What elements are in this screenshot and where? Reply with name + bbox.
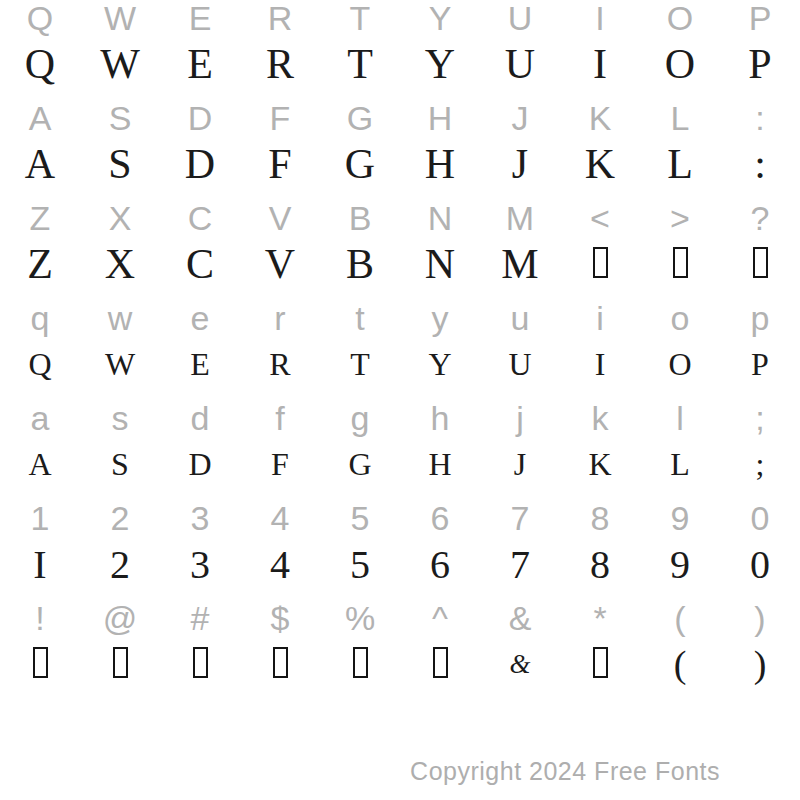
glyph-cell: Q	[0, 38, 80, 90]
glyph-cell: Y	[400, 338, 480, 390]
glyph-cell: j	[480, 396, 560, 440]
glyph-cell: p	[720, 296, 800, 340]
glyph-cell: 9	[640, 496, 720, 540]
glyph-cell: G	[320, 96, 400, 140]
glyph-cell: H	[400, 438, 480, 490]
glyph-cell: P	[720, 0, 800, 40]
glyph-cell: 7	[480, 538, 560, 590]
glyph-cell: 6	[400, 496, 480, 540]
missing-glyph-box	[753, 247, 768, 278]
reference-row-1: ASDFGHJKL:	[0, 96, 800, 140]
glyph-cell: 5	[320, 496, 400, 540]
glyph-cell: )	[720, 638, 800, 690]
glyph-cell: P	[720, 38, 800, 90]
glyph-cell: 3	[160, 538, 240, 590]
glyph-cell: o	[640, 296, 720, 340]
glyph-cell: D	[160, 138, 240, 190]
glyph-cell: R	[240, 0, 320, 40]
glyph-cell: W	[80, 38, 160, 90]
glyph-cell: T	[320, 38, 400, 90]
font-glyph-row-2: ZXCVBNM	[0, 238, 800, 290]
glyph-cell: I	[560, 0, 640, 40]
glyph-cell: U	[480, 38, 560, 90]
glyph-cell: E	[160, 0, 240, 40]
glyph-cell: D	[160, 96, 240, 140]
glyph-cell: %	[320, 596, 400, 640]
missing-glyph-cell	[160, 638, 240, 690]
glyph-cell: $	[240, 596, 320, 640]
missing-glyph-cell	[400, 638, 480, 690]
reference-row-4: asdfghjkl;	[0, 396, 800, 440]
glyph-cell: R	[240, 338, 320, 390]
reference-row-5: 1234567890	[0, 496, 800, 540]
missing-glyph-box	[33, 647, 48, 678]
glyph-cell: 4	[240, 496, 320, 540]
glyph-cell: 0	[720, 538, 800, 590]
glyph-cell: H	[400, 96, 480, 140]
glyph-cell: :	[720, 96, 800, 140]
glyph-grid: QWERTYUIOPQWERTYUIOPASDFGHJKL:ASDFGHJKL:…	[0, 0, 800, 700]
glyph-cell: K	[560, 438, 640, 490]
missing-glyph-cell	[320, 638, 400, 690]
glyph-cell: T	[320, 0, 400, 40]
glyph-cell: k	[560, 396, 640, 440]
glyph-cell: H	[400, 138, 480, 190]
glyph-cell: y	[400, 296, 480, 340]
glyph-cell: S	[80, 438, 160, 490]
glyph-cell: l	[640, 396, 720, 440]
glyph-cell: W	[80, 0, 160, 40]
glyph-cell: I	[560, 338, 640, 390]
glyph-cell: R	[240, 38, 320, 90]
glyph-cell: F	[240, 138, 320, 190]
glyph-cell: M	[480, 196, 560, 240]
glyph-cell: 6	[400, 538, 480, 590]
missing-glyph-cell	[240, 638, 320, 690]
glyph-cell: F	[240, 438, 320, 490]
glyph-cell: 3	[160, 496, 240, 540]
glyph-cell: F	[240, 96, 320, 140]
missing-glyph-cell	[720, 238, 800, 290]
font-specimen-page: QWERTYUIOPQWERTYUIOPASDFGHJKL:ASDFGHJKL:…	[0, 0, 800, 800]
font-glyph-row-4: ASDFGHJKL;	[0, 438, 800, 490]
glyph-cell: &	[480, 638, 560, 690]
glyph-cell: G	[320, 138, 400, 190]
glyph-cell: &	[480, 596, 560, 640]
glyph-cell: X	[80, 238, 160, 290]
glyph-cell: J	[480, 96, 560, 140]
glyph-cell: 5	[320, 538, 400, 590]
glyph-cell: 2	[80, 496, 160, 540]
missing-glyph-cell	[0, 638, 80, 690]
reference-row-3: qwertyuiop	[0, 296, 800, 340]
glyph-cell: L	[640, 138, 720, 190]
glyph-cell: B	[320, 238, 400, 290]
glyph-cell: O	[640, 338, 720, 390]
glyph-cell: N	[400, 196, 480, 240]
glyph-cell: s	[80, 396, 160, 440]
glyph-cell: N	[400, 238, 480, 290]
missing-glyph-box	[673, 247, 688, 278]
glyph-cell: U	[480, 338, 560, 390]
glyph-cell: I	[560, 38, 640, 90]
glyph-cell: 1	[0, 496, 80, 540]
glyph-cell: w	[80, 296, 160, 340]
glyph-cell: q	[0, 296, 80, 340]
missing-glyph-cell	[80, 638, 160, 690]
glyph-cell: G	[320, 438, 400, 490]
glyph-cell: 4	[240, 538, 320, 590]
glyph-cell: M	[480, 238, 560, 290]
missing-glyph-box	[113, 647, 128, 678]
glyph-cell: (	[640, 596, 720, 640]
glyph-cell: S	[80, 96, 160, 140]
glyph-cell: Z	[0, 238, 80, 290]
font-glyph-row-1: ASDFGHJKL:	[0, 138, 800, 190]
glyph-cell: ?	[720, 196, 800, 240]
glyph-cell: g	[320, 396, 400, 440]
glyph-cell: e	[160, 296, 240, 340]
glyph-cell: B	[320, 196, 400, 240]
missing-glyph-box	[273, 647, 288, 678]
glyph-cell: ^	[400, 596, 480, 640]
missing-glyph-box	[353, 647, 368, 678]
font-glyph-row-3: QWERTYUIOP	[0, 338, 800, 390]
glyph-cell: (	[640, 638, 720, 690]
glyph-cell: O	[640, 38, 720, 90]
glyph-cell: r	[240, 296, 320, 340]
glyph-cell: ;	[720, 438, 800, 490]
glyph-cell: h	[400, 396, 480, 440]
missing-glyph-cell	[640, 238, 720, 290]
glyph-cell: I	[0, 538, 80, 590]
glyph-cell: t	[320, 296, 400, 340]
glyph-cell: J	[480, 438, 560, 490]
glyph-cell: !	[0, 596, 80, 640]
glyph-cell: C	[160, 238, 240, 290]
glyph-cell: a	[0, 396, 80, 440]
glyph-cell: O	[640, 0, 720, 40]
missing-glyph-box	[593, 647, 608, 678]
glyph-cell: L	[640, 96, 720, 140]
missing-glyph-cell	[560, 238, 640, 290]
missing-glyph-box	[593, 247, 608, 278]
glyph-cell: X	[80, 196, 160, 240]
glyph-cell: V	[240, 196, 320, 240]
glyph-cell: >	[640, 196, 720, 240]
glyph-cell: 9	[640, 538, 720, 590]
glyph-cell: S	[80, 138, 160, 190]
missing-glyph-cell	[560, 638, 640, 690]
glyph-cell: P	[720, 338, 800, 390]
glyph-cell: A	[0, 138, 80, 190]
glyph-cell: Y	[400, 38, 480, 90]
glyph-cell: K	[560, 96, 640, 140]
glyph-cell: @	[80, 596, 160, 640]
glyph-cell: 0	[720, 496, 800, 540]
missing-glyph-box	[433, 647, 448, 678]
glyph-cell: Y	[400, 0, 480, 40]
glyph-cell: W	[80, 338, 160, 390]
font-glyph-row-0: QWERTYUIOP	[0, 38, 800, 90]
glyph-cell: *	[560, 596, 640, 640]
reference-row-6: !@#$%^&*()	[0, 596, 800, 640]
glyph-cell: J	[480, 138, 560, 190]
glyph-cell: K	[560, 138, 640, 190]
glyph-cell: 8	[560, 496, 640, 540]
glyph-cell: L	[640, 438, 720, 490]
glyph-cell: T	[320, 338, 400, 390]
font-glyph-row-6: &()	[0, 638, 800, 690]
glyph-cell: 7	[480, 496, 560, 540]
glyph-cell: C	[160, 196, 240, 240]
glyph-cell: E	[160, 38, 240, 90]
glyph-cell: A	[0, 438, 80, 490]
glyph-cell: :	[720, 138, 800, 190]
glyph-cell: V	[240, 238, 320, 290]
glyph-cell: Q	[0, 0, 80, 40]
copyright-text: Copyright 2024 Free Fonts	[410, 757, 720, 786]
glyph-cell: 2	[80, 538, 160, 590]
glyph-cell: D	[160, 438, 240, 490]
glyph-cell: 8	[560, 538, 640, 590]
glyph-cell: f	[240, 396, 320, 440]
glyph-cell: Z	[0, 196, 80, 240]
reference-row-2: ZXCVBNM<>?	[0, 196, 800, 240]
glyph-cell: )	[720, 596, 800, 640]
glyph-cell: A	[0, 96, 80, 140]
glyph-cell: d	[160, 396, 240, 440]
reference-row-0: QWERTYUIOP	[0, 0, 800, 40]
glyph-cell: Q	[0, 338, 80, 390]
glyph-cell: u	[480, 296, 560, 340]
glyph-cell: <	[560, 196, 640, 240]
glyph-cell: U	[480, 0, 560, 40]
font-glyph-row-5: I234567890	[0, 538, 800, 590]
missing-glyph-box	[193, 647, 208, 678]
glyph-cell: i	[560, 296, 640, 340]
glyph-cell: E	[160, 338, 240, 390]
glyph-cell: #	[160, 596, 240, 640]
glyph-cell: ;	[720, 396, 800, 440]
